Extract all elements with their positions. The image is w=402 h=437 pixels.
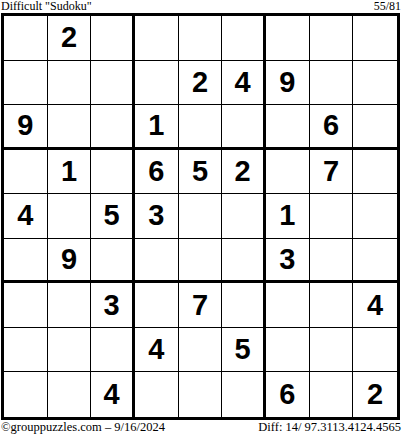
cell-r4c4[interactable]: 6 (135, 150, 179, 195)
cell-r7c1[interactable] (4, 283, 48, 328)
cell-r9c2[interactable] (48, 372, 92, 417)
cell-r2c4[interactable] (135, 61, 179, 106)
cell-r4c9[interactable] (353, 150, 397, 195)
cell-r4c7[interactable] (266, 150, 310, 195)
cell-r1c6[interactable] (222, 16, 266, 61)
cell-r1c9[interactable] (353, 16, 397, 61)
cell-r2c9[interactable] (353, 61, 397, 106)
cell-r7c4[interactable] (135, 283, 179, 328)
sudoku-board: 22499161652745319337445462 (1, 13, 400, 420)
page-header: Difficult "Sudoku" 55/81 (0, 0, 402, 13)
cell-r9c1[interactable] (4, 372, 48, 417)
cell-r5c9[interactable] (353, 194, 397, 239)
cell-r9c7[interactable]: 6 (266, 372, 310, 417)
cell-r6c8[interactable] (310, 239, 354, 284)
cell-r6c3[interactable] (91, 239, 135, 284)
cell-r1c3[interactable] (91, 16, 135, 61)
puzzle-title: Difficult "Sudoku" (1, 0, 92, 13)
cell-r6c6[interactable] (222, 239, 266, 284)
cell-r8c3[interactable] (91, 328, 135, 373)
cell-r5c6[interactable] (222, 194, 266, 239)
cell-r5c3[interactable]: 5 (91, 194, 135, 239)
cell-r3c8[interactable]: 6 (310, 105, 354, 150)
cell-r3c6[interactable] (222, 105, 266, 150)
cell-r6c4[interactable] (135, 239, 179, 284)
cell-r5c1[interactable]: 4 (4, 194, 48, 239)
page-footer: ©grouppuzzles.com – 9/16/2024 Diff: 14/ … (0, 420, 402, 437)
cell-r6c1[interactable] (4, 239, 48, 284)
cell-r8c2[interactable] (48, 328, 92, 373)
cell-r2c3[interactable] (91, 61, 135, 106)
cell-r3c1[interactable]: 9 (4, 105, 48, 150)
cell-r5c2[interactable] (48, 194, 92, 239)
cell-r8c8[interactable] (310, 328, 354, 373)
cell-r9c8[interactable] (310, 372, 354, 417)
cell-r7c2[interactable] (48, 283, 92, 328)
cell-r8c4[interactable]: 4 (135, 328, 179, 373)
cell-r3c9[interactable] (353, 105, 397, 150)
difficulty-text: Diff: 14/ 97.3113.4124.4565 (258, 420, 401, 435)
cell-r5c8[interactable] (310, 194, 354, 239)
cell-r8c5[interactable] (179, 328, 223, 373)
cell-r4c3[interactable] (91, 150, 135, 195)
cell-r2c5[interactable]: 2 (179, 61, 223, 106)
cell-r1c8[interactable] (310, 16, 354, 61)
cell-r4c1[interactable] (4, 150, 48, 195)
cell-r3c5[interactable] (179, 105, 223, 150)
cell-r5c7[interactable]: 1 (266, 194, 310, 239)
cell-r3c3[interactable] (91, 105, 135, 150)
cell-r2c8[interactable] (310, 61, 354, 106)
cell-r8c1[interactable] (4, 328, 48, 373)
cell-r8c9[interactable] (353, 328, 397, 373)
cell-r6c5[interactable] (179, 239, 223, 284)
cell-r7c6[interactable] (222, 283, 266, 328)
cell-r2c2[interactable] (48, 61, 92, 106)
cell-r8c7[interactable] (266, 328, 310, 373)
copyright-text: ©grouppuzzles.com – 9/16/2024 (1, 420, 165, 435)
cell-r3c2[interactable] (48, 105, 92, 150)
cell-r1c2[interactable]: 2 (48, 16, 92, 61)
empty-cell-counter: 55/81 (374, 0, 401, 13)
cell-r9c3[interactable]: 4 (91, 372, 135, 417)
cell-r6c7[interactable]: 3 (266, 239, 310, 284)
cell-r9c6[interactable] (222, 372, 266, 417)
cell-r7c8[interactable] (310, 283, 354, 328)
cell-r4c8[interactable]: 7 (310, 150, 354, 195)
cell-r9c4[interactable] (135, 372, 179, 417)
cell-r1c5[interactable] (179, 16, 223, 61)
cell-r5c5[interactable] (179, 194, 223, 239)
cell-r3c7[interactable] (266, 105, 310, 150)
cell-r1c4[interactable] (135, 16, 179, 61)
cell-r7c3[interactable]: 3 (91, 283, 135, 328)
cell-r8c6[interactable]: 5 (222, 328, 266, 373)
sudoku-page: Difficult "Sudoku" 55/81 224991616527453… (0, 0, 402, 437)
cell-r6c2[interactable]: 9 (48, 239, 92, 284)
cell-r5c4[interactable]: 3 (135, 194, 179, 239)
cell-r9c9[interactable]: 2 (353, 372, 397, 417)
cell-r2c1[interactable] (4, 61, 48, 106)
cell-r9c5[interactable] (179, 372, 223, 417)
cell-r7c5[interactable]: 7 (179, 283, 223, 328)
cell-r6c9[interactable] (353, 239, 397, 284)
cell-r7c9[interactable]: 4 (353, 283, 397, 328)
cell-r4c5[interactable]: 5 (179, 150, 223, 195)
cell-r1c1[interactable] (4, 16, 48, 61)
cell-r3c4[interactable]: 1 (135, 105, 179, 150)
cell-r4c2[interactable]: 1 (48, 150, 92, 195)
cell-r7c7[interactable] (266, 283, 310, 328)
cell-r4c6[interactable]: 2 (222, 150, 266, 195)
cell-r1c7[interactable] (266, 16, 310, 61)
cell-r2c7[interactable]: 9 (266, 61, 310, 106)
cell-r2c6[interactable]: 4 (222, 61, 266, 106)
